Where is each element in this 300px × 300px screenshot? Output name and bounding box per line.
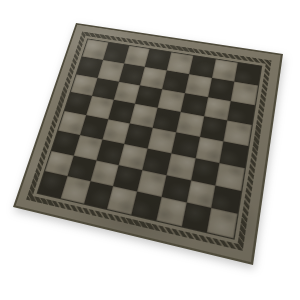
chessboard [13,23,283,265]
board-photo [0,0,300,300]
product-photo-background [0,0,300,300]
square-h1 [207,208,237,238]
